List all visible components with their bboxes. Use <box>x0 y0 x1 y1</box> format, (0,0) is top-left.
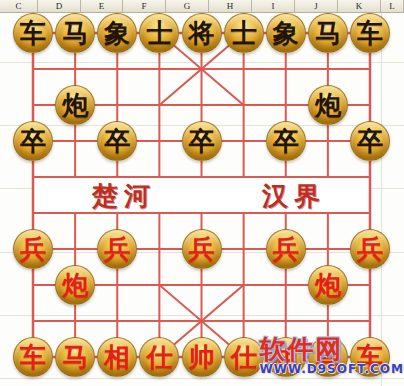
watermark-title: 软件网 <box>259 336 404 362</box>
column-header-cell-K[interactable]: K <box>338 0 381 12</box>
piece-red-马[interactable]: 马 <box>55 337 95 377</box>
piece-black-卒[interactable]: 卒 <box>182 121 222 161</box>
piece-red-仕[interactable]: 仕 <box>224 337 264 377</box>
column-header-cell-J[interactable]: J <box>295 0 338 12</box>
piece-black-象[interactable]: 象 <box>97 13 137 53</box>
column-header-cell-E[interactable]: E <box>81 0 123 12</box>
piece-black-马[interactable]: 马 <box>308 13 348 53</box>
piece-black-卒[interactable]: 卒 <box>266 121 306 161</box>
piece-red-车[interactable]: 车 <box>13 337 53 377</box>
piece-black-炮[interactable]: 炮 <box>55 85 95 125</box>
piece-red-相[interactable]: 相 <box>97 337 137 377</box>
column-header: CDEFGHIJKL <box>0 0 404 13</box>
piece-red-兵[interactable]: 兵 <box>266 229 306 269</box>
piece-black-卒[interactable]: 卒 <box>97 121 137 161</box>
column-header-cell-F[interactable]: F <box>123 0 166 12</box>
column-header-cell-I[interactable]: I <box>252 0 295 12</box>
river-label-right: 汉界 <box>262 181 326 211</box>
piece-black-卒[interactable]: 卒 <box>13 121 53 161</box>
piece-black-将[interactable]: 将 <box>182 13 222 53</box>
piece-black-士[interactable]: 士 <box>224 13 264 53</box>
piece-red-炮[interactable]: 炮 <box>308 265 348 305</box>
piece-black-车[interactable]: 车 <box>350 13 390 53</box>
piece-black-马[interactable]: 马 <box>55 13 95 53</box>
watermark: 软件网 WWW.D9SOFT.COM <box>259 336 404 376</box>
piece-red-兵[interactable]: 兵 <box>182 229 222 269</box>
piece-red-兵[interactable]: 兵 <box>350 229 390 269</box>
excel-sheet: CDEFGHIJKL 楚河 汉界 车马象士将士象马车炮炮卒卒卒卒卒兵兵兵兵兵炮炮… <box>0 0 404 386</box>
column-header-cell-L[interactable]: L <box>381 0 404 12</box>
piece-red-兵[interactable]: 兵 <box>13 229 53 269</box>
column-header-cell-H[interactable]: H <box>209 0 252 12</box>
piece-red-帅[interactable]: 帅 <box>182 337 222 377</box>
piece-black-车[interactable]: 车 <box>13 13 53 53</box>
column-header-cell-G[interactable]: G <box>166 0 209 12</box>
piece-black-炮[interactable]: 炮 <box>308 85 348 125</box>
piece-red-炮[interactable]: 炮 <box>55 265 95 305</box>
column-header-cell-D[interactable]: D <box>38 0 81 12</box>
watermark-url: WWW.D9SOFT.COM <box>259 363 404 376</box>
piece-black-卒[interactable]: 卒 <box>350 121 390 161</box>
piece-red-兵[interactable]: 兵 <box>97 229 137 269</box>
column-header-cell-C[interactable]: C <box>0 0 38 12</box>
piece-black-象[interactable]: 象 <box>266 13 306 53</box>
river-label-left: 楚河 <box>92 181 156 211</box>
xiangqi-board <box>0 0 404 386</box>
